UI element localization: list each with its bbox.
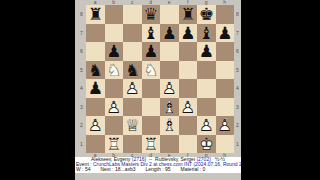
square-c4: ♟♙ [123,79,142,98]
square-h7: ♟ [216,24,235,43]
square-c1 [123,135,142,154]
rank-label: 8 [78,5,85,24]
rank-label: 7 [234,24,241,43]
square-h1 [216,135,235,154]
rank-label: 8 [234,5,241,24]
rank-label: 2 [234,116,241,135]
caption-text: Material : 0 [181,166,206,172]
square-g6: ♟ [197,42,216,61]
rank-label: 1 [234,135,241,154]
square-f3: ♟♙ [179,98,198,117]
square-h6 [216,42,235,61]
piece-black-rook: ♜ [86,5,105,24]
square-f4 [179,79,198,98]
square-c7 [123,24,142,43]
square-a7 [86,24,105,43]
square-f2 [179,116,198,135]
rank-label: 3 [234,98,241,117]
square-e1 [160,135,179,154]
video-frame: abcdefgh 87654321 87654321 ♜♛♜♚♝♟♟♝♟♟♟♟♞… [0,0,320,180]
square-h2: ♟♙ [216,116,235,135]
square-a4: ♟ [86,79,105,98]
square-a2: ♟♙ [86,116,105,135]
square-d3 [142,98,161,117]
piece-white-bishop: ♝♗ [160,116,179,135]
square-g8: ♚ [197,5,216,24]
rank-label: 4 [78,79,85,98]
square-e6 [160,42,179,61]
square-g2: ♟♙ [197,116,216,135]
square-e4: ♟♙ [160,79,179,98]
rank-labels-right: 87654321 [234,5,241,153]
rank-label: 4 [234,79,241,98]
piece-black-bishop: ♝ [142,24,161,43]
piece-white-bishop: ♝♗ [160,98,179,117]
square-c3 [123,98,142,117]
square-b6: ♟ [105,42,124,61]
square-b5: ♞♘ [105,61,124,80]
square-h3 [216,98,235,117]
square-d1: ♜♖ [142,135,161,154]
square-b2 [105,116,124,135]
piece-black-pawn: ♟ [216,24,235,43]
piece-white-knight: ♞♘ [105,61,124,80]
piece-black-knight: ♞ [123,61,142,80]
square-f6 [179,42,198,61]
piece-white-rook: ♜♖ [142,135,161,154]
square-g7: ♝ [197,24,216,43]
square-d5: ♞♘ [142,61,161,80]
square-c8 [123,5,142,24]
square-b7 [105,24,124,43]
caption-text: Length : 95 [145,166,170,172]
square-g4 [197,79,216,98]
chess-board: ♜♛♜♚♝♟♟♝♟♟♟♟♞♞♘♞♞♘♟♟♙♟♙♟♙♝♗♟♙♟♙♛♕♝♗♟♙♟♙♜… [86,5,234,153]
square-a1 [86,135,105,154]
square-a8: ♜ [86,5,105,24]
square-b4 [105,79,124,98]
square-g3 [197,98,216,117]
square-e3: ♝♗ [160,98,179,117]
piece-white-pawn: ♟♙ [216,116,235,135]
piece-white-pawn: ♟♙ [197,116,216,135]
square-g5 [197,61,216,80]
square-d6: ♟ [142,42,161,61]
piece-white-pawn: ♟♙ [86,116,105,135]
square-e7: ♟ [160,24,179,43]
piece-white-queen: ♛♕ [123,116,142,135]
piece-black-knight: ♞ [86,61,105,80]
piece-black-pawn: ♟ [86,79,105,98]
rank-label: 2 [78,116,85,135]
square-d7: ♝ [142,24,161,43]
piece-black-pawn: ♟ [142,42,161,61]
caption-text: Next : 18...axb3 [100,166,135,172]
piece-black-pawn: ♟ [179,24,198,43]
rank-labels-left: 87654321 [78,5,85,153]
piece-black-pawn: ♟ [197,42,216,61]
piece-white-pawn: ♟♙ [179,98,198,117]
rank-label: 1 [78,135,85,154]
square-a6 [86,42,105,61]
piece-black-rook: ♜ [179,5,198,24]
square-h4 [216,79,235,98]
piece-white-pawn: ♟♙ [160,79,179,98]
caption-stats-line: W : 54Next : 18...axb3Length : 95Materia… [75,167,241,172]
board-panel: abcdefgh 87654321 87654321 ♜♛♜♚♝♟♟♝♟♟♟♟♞… [75,0,241,180]
piece-black-pawn: ♟ [160,24,179,43]
square-h8 [216,5,235,24]
square-d4 [142,79,161,98]
square-b3: ♟♙ [105,98,124,117]
piece-black-bishop: ♝ [197,24,216,43]
square-e5 [160,61,179,80]
rank-label: 5 [234,61,241,80]
caption-text: W : 54 [76,166,90,172]
rank-label: 3 [78,98,85,117]
rank-label: 5 [78,61,85,80]
square-b8 [105,5,124,24]
piece-black-pawn: ♟ [105,42,124,61]
square-c2: ♛♕ [123,116,142,135]
square-a5: ♞ [86,61,105,80]
rank-label: 6 [234,42,241,61]
piece-white-king: ♚♔ [197,135,216,154]
piece-white-knight: ♞♘ [142,61,161,80]
square-b1: ♜♖ [105,135,124,154]
square-f5 [179,61,198,80]
rank-label: 7 [78,24,85,43]
piece-white-pawn: ♟♙ [123,79,142,98]
square-d8: ♛ [142,5,161,24]
piece-black-queen: ♛ [142,5,161,24]
piece-white-rook: ♜♖ [105,135,124,154]
square-g1: ♚♔ [197,135,216,154]
square-c5: ♞ [123,61,142,80]
piece-white-pawn: ♟♙ [105,98,124,117]
square-d2 [142,116,161,135]
square-e8 [160,5,179,24]
piece-black-king: ♚ [197,5,216,24]
rank-label: 6 [78,42,85,61]
square-c6 [123,42,142,61]
square-h5 [216,61,235,80]
square-f7: ♟ [179,24,198,43]
square-f1 [179,135,198,154]
game-caption: Alekseev, Evgeny (2716) -- Rublevsky, Se… [75,157,241,173]
square-e2: ♝♗ [160,116,179,135]
square-f8: ♜ [179,5,198,24]
square-a3 [86,98,105,117]
